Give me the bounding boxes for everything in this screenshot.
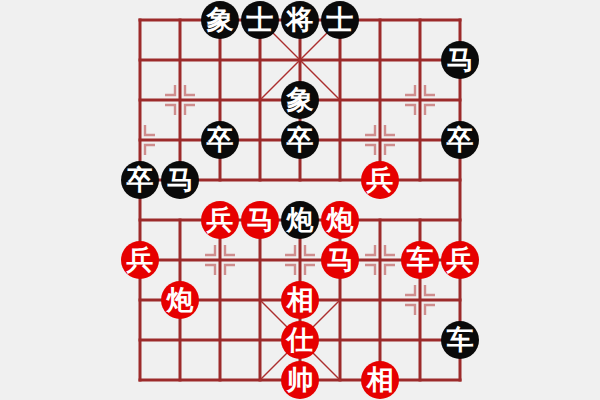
piece-red-cannon[interactable]: 炮 [321,201,359,239]
xiangqi-board: 象士将士马象卒卒卒卒马兵兵马炮炮兵马车兵炮相仕车帅相 [0,0,600,400]
piece-red-cannon[interactable]: 炮 [161,281,199,319]
piece-black-elephant[interactable]: 象 [201,1,239,39]
piece-red-king[interactable]: 帅 [281,361,319,399]
piece-black-king[interactable]: 将 [281,1,319,39]
piece-red-elephant[interactable]: 相 [281,281,319,319]
piece-black-pawn[interactable]: 卒 [201,121,239,159]
piece-red-pawn[interactable]: 兵 [361,161,399,199]
piece-red-elephant[interactable]: 相 [361,361,399,399]
piece-red-advisor[interactable]: 仕 [281,321,319,359]
piece-black-advisor[interactable]: 士 [321,1,359,39]
piece-black-elephant[interactable]: 象 [281,81,319,119]
piece-red-pawn[interactable]: 兵 [201,201,239,239]
piece-red-chariot[interactable]: 车 [401,241,439,279]
piece-red-horse[interactable]: 马 [321,241,359,279]
piece-red-horse[interactable]: 马 [241,201,279,239]
piece-black-advisor[interactable]: 士 [241,1,279,39]
piece-black-cannon[interactable]: 炮 [281,201,319,239]
pieces-layer: 象士将士马象卒卒卒卒马兵兵马炮炮兵马车兵炮相仕车帅相 [120,0,480,400]
piece-black-pawn[interactable]: 卒 [441,121,479,159]
piece-red-pawn[interactable]: 兵 [441,241,479,279]
piece-black-chariot[interactable]: 车 [441,321,479,359]
piece-black-pawn[interactable]: 卒 [121,161,159,199]
piece-black-horse[interactable]: 马 [441,41,479,79]
piece-black-pawn[interactable]: 卒 [281,121,319,159]
piece-red-pawn[interactable]: 兵 [121,241,159,279]
piece-black-horse[interactable]: 马 [161,161,199,199]
